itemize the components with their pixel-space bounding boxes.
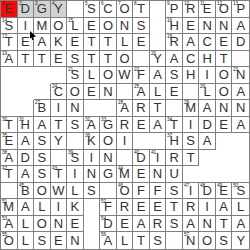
cell-letter: A — [232, 117, 249, 133]
grid-cell[interactable]: L — [84, 67, 101, 84]
grid-cell[interactable]: S — [34, 166, 51, 183]
grid-cell[interactable]: 45B — [18, 183, 35, 200]
grid-cell[interactable]: E — [166, 84, 183, 101]
cell-letter: N — [67, 100, 83, 116]
grid-cell[interactable]: 12O — [216, 1, 233, 18]
grid-cell[interactable]: L — [67, 183, 84, 200]
cell-letter: S — [1, 18, 17, 34]
grid-cell[interactable]: 44M — [117, 166, 134, 183]
black-cell — [199, 150, 216, 167]
black-cell — [133, 133, 150, 150]
grid-cell[interactable]: R — [166, 150, 183, 167]
cell-letter: E — [133, 199, 149, 215]
grid-cell[interactable]: T — [150, 100, 167, 117]
grid-cell[interactable]: T — [216, 216, 233, 233]
cell-letter: I — [117, 133, 133, 149]
grid-cell[interactable]: L — [117, 232, 134, 249]
cell-letter: E — [216, 34, 232, 50]
cell-letter: O — [117, 1, 133, 17]
grid-cell[interactable]: Y — [51, 133, 68, 150]
grid-cell[interactable]: 13P — [232, 1, 249, 18]
cell-letter: E — [133, 34, 149, 50]
grid-cell[interactable]: F — [133, 183, 150, 200]
grid-cell[interactable]: E — [216, 117, 233, 134]
selected-cell[interactable]: 1E — [1, 1, 18, 18]
grid-cell[interactable]: T — [51, 117, 68, 134]
grid-cell[interactable]: S — [67, 51, 84, 68]
grid-cell[interactable]: Y — [232, 232, 249, 249]
grid-cell[interactable]: 48D — [199, 183, 216, 200]
cell-letter: G — [34, 1, 50, 17]
grid-cell[interactable]: 36K — [84, 133, 101, 150]
grid-cell[interactable]: E — [51, 232, 68, 249]
grid-cell[interactable]: 6C — [100, 1, 117, 18]
crossword-grid: 1E2D3G4Y5S6C7O8T9P10R11E12O13P14SIMO15LE… — [0, 0, 250, 250]
grid-cell[interactable]: 14S — [1, 18, 18, 35]
grid-cell[interactable]: O — [34, 183, 51, 200]
cell-letter: O — [34, 183, 50, 199]
grid-cell[interactable]: A — [199, 133, 216, 150]
cell-letter: S — [166, 183, 182, 199]
grid-cell[interactable]: 57N — [183, 232, 200, 249]
grid-cell[interactable]: 29M — [183, 100, 200, 117]
grid-cell[interactable]: 23N — [232, 67, 249, 84]
cell-letter: E — [67, 34, 83, 50]
grid-cell[interactable]: L — [232, 199, 249, 216]
grid-cell[interactable]: 17T — [1, 34, 18, 51]
cell-letter: S — [216, 232, 232, 249]
cell-letter: G — [100, 166, 116, 182]
cell-letter: A — [183, 216, 199, 232]
grid-cell[interactable]: N — [100, 84, 117, 101]
cell-letter: T — [166, 199, 182, 215]
grid-cell[interactable]: 51M — [1, 199, 18, 216]
grid-cell[interactable]: A — [232, 216, 249, 233]
cell-letter: O — [1, 232, 17, 249]
cell-letter: S — [34, 166, 50, 182]
grid-cell[interactable]: G — [100, 166, 117, 183]
cell-letter: G — [100, 117, 116, 133]
cell-letter: I — [183, 117, 199, 133]
cell-letter: S — [183, 133, 199, 149]
grid-cell[interactable]: N — [117, 18, 134, 35]
grid-cell[interactable]: A — [183, 34, 200, 51]
grid-cell[interactable]: 25A — [133, 84, 150, 101]
cell-letter: S — [150, 232, 166, 249]
grid-cell[interactable]: A — [18, 133, 35, 150]
grid-cell[interactable]: 52F — [100, 199, 117, 216]
grid-cell[interactable]: T — [133, 232, 150, 249]
grid-cell[interactable]: E — [133, 34, 150, 51]
cell-letter: S — [84, 183, 100, 199]
cell-letter: O — [216, 67, 232, 83]
cell-letter: T — [100, 51, 116, 67]
black-cell — [183, 166, 200, 183]
cell-letter: B — [34, 100, 50, 116]
grid-cell[interactable]: S — [84, 183, 101, 200]
grid-cell[interactable]: T — [84, 34, 101, 51]
grid-cell[interactable]: R — [117, 199, 134, 216]
grid-cell[interactable]: N — [51, 216, 68, 233]
grid-cell[interactable]: W — [51, 183, 68, 200]
grid-cell[interactable]: 24C — [51, 84, 68, 101]
grid-cell[interactable]: N — [67, 232, 84, 249]
grid-cell[interactable]: E — [117, 216, 134, 233]
grid-cell[interactable]: T — [216, 51, 233, 68]
cell-letter: E — [84, 84, 100, 100]
cell-letter: A — [232, 84, 249, 100]
grid-cell[interactable]: O — [199, 232, 216, 249]
cell-letter: O — [34, 216, 50, 232]
grid-cell[interactable]: L — [34, 199, 51, 216]
grid-cell[interactable]: 54D — [100, 216, 117, 233]
grid-cell[interactable]: O — [51, 18, 68, 35]
grid-cell[interactable]: O — [34, 216, 51, 233]
cell-letter: N — [150, 166, 166, 182]
grid-cell[interactable]: F — [150, 183, 167, 200]
cell-letter: F — [133, 67, 149, 83]
grid-cell[interactable]: T — [34, 51, 51, 68]
cell-letter: A — [199, 100, 215, 116]
grid-cell[interactable]: A — [150, 67, 167, 84]
grid-cell[interactable]: I — [51, 100, 68, 117]
grid-cell[interactable]: A — [150, 117, 167, 134]
grid-cell[interactable]: A — [232, 84, 249, 101]
grid-cell[interactable]: S — [166, 183, 183, 200]
black-cell — [150, 34, 167, 51]
grid-cell[interactable]: S — [166, 216, 183, 233]
black-cell — [100, 183, 117, 200]
grid-cell[interactable]: N — [199, 216, 216, 233]
grid-cell[interactable]: 33G — [100, 117, 117, 134]
grid-cell[interactable]: R — [150, 216, 167, 233]
cell-letter: E — [133, 117, 149, 133]
grid-cell[interactable]: E — [51, 51, 68, 68]
cell-letter: A — [232, 216, 249, 232]
grid-cell[interactable]: 21S — [67, 67, 84, 84]
cell-letter: A — [133, 84, 149, 100]
grid-cell[interactable]: 53A — [1, 216, 18, 233]
cell-letter: T — [1, 166, 17, 182]
cell-letter: A — [18, 199, 34, 215]
grid-cell[interactable]: 26L — [199, 84, 216, 101]
cell-letter: Y — [51, 1, 67, 17]
cell-letter: N — [199, 18, 215, 34]
cell-letter: C — [183, 51, 199, 67]
cell-letter: D — [232, 34, 249, 50]
cell-letter: S — [34, 133, 50, 149]
grid-cell[interactable]: A — [34, 117, 51, 134]
grid-cell[interactable]: S — [34, 133, 51, 150]
grid-cell[interactable]: T — [166, 199, 183, 216]
grid-cell[interactable]: A — [183, 216, 200, 233]
grid-cell[interactable]: O — [117, 51, 134, 68]
black-cell — [84, 216, 101, 233]
grid-cell[interactable]: O — [216, 84, 233, 101]
black-cell — [18, 67, 35, 84]
grid-cell[interactable]: I — [67, 166, 84, 183]
black-cell — [150, 1, 167, 18]
grid-cell[interactable]: O — [100, 67, 117, 84]
cell-letter: H — [183, 67, 199, 83]
cell-letter: R — [117, 117, 133, 133]
cell-letter: L — [150, 84, 166, 100]
grid-cell[interactable]: A — [18, 199, 35, 216]
grid-cell[interactable]: 18R — [166, 34, 183, 51]
grid-cell[interactable]: N — [150, 166, 167, 183]
cell-letter: A — [216, 199, 232, 215]
grid-cell[interactable]: T — [100, 34, 117, 51]
grid-cell[interactable]: N — [100, 150, 117, 167]
grid-cell[interactable]: E — [84, 18, 101, 35]
grid-cell[interactable]: 30T — [1, 117, 18, 134]
cell-letter: S — [67, 67, 83, 83]
cell-letter: M — [34, 18, 50, 34]
grid-cell[interactable]: W — [117, 67, 134, 84]
cell-letter: L — [34, 199, 50, 215]
grid-cell[interactable]: 55O — [1, 232, 18, 249]
grid-cell[interactable]: L — [18, 216, 35, 233]
cell-letter: K — [67, 199, 83, 215]
grid-cell[interactable]: S — [216, 232, 233, 249]
cell-letter: S — [166, 67, 182, 83]
black-cell — [216, 133, 233, 150]
cell-letter: E — [1, 133, 17, 149]
grid-cell[interactable]: 28A — [117, 100, 134, 117]
black-cell — [34, 67, 51, 84]
grid-cell[interactable]: 35E — [1, 133, 18, 150]
grid-cell[interactable]: 7O — [117, 1, 134, 18]
grid-cell[interactable]: C — [199, 34, 216, 51]
grid-cell[interactable]: 11E — [199, 1, 216, 18]
grid-cell[interactable]: A — [18, 166, 35, 183]
black-cell — [133, 51, 150, 68]
grid-cell[interactable]: 4Y — [51, 1, 68, 18]
cell-letter: K — [84, 133, 100, 149]
grid-cell[interactable]: 34T — [166, 117, 183, 134]
grid-cell[interactable]: N — [67, 100, 84, 117]
grid-cell[interactable]: D — [232, 34, 249, 51]
grid-cell[interactable]: E — [133, 199, 150, 216]
cell-letter: S — [67, 117, 83, 133]
cell-letter: T — [84, 51, 100, 67]
grid-cell[interactable]: L — [18, 232, 35, 249]
grid-cell[interactable]: S — [133, 18, 150, 35]
black-cell — [166, 100, 183, 117]
grid-cell[interactable]: L — [117, 34, 134, 51]
black-cell — [67, 1, 84, 18]
grid-cell[interactable]: S — [34, 232, 51, 249]
grid-cell[interactable]: 16H — [166, 18, 183, 35]
cell-letter: R — [166, 34, 182, 50]
grid-cell[interactable]: 3G — [34, 1, 51, 18]
cell-letter: E — [51, 232, 67, 249]
cell-letter: R — [117, 199, 133, 215]
grid-cell[interactable]: I — [199, 199, 216, 216]
grid-cell[interactable]: 27B — [34, 100, 51, 117]
cell-letter: C — [199, 34, 215, 50]
cell-letter: O — [216, 84, 232, 100]
grid-cell[interactable]: 47I — [183, 183, 200, 200]
grid-cell[interactable]: I — [84, 150, 101, 167]
grid-cell[interactable]: 20Y — [150, 51, 167, 68]
grid-cell[interactable]: 9P — [166, 1, 183, 18]
grid-cell[interactable]: O — [100, 18, 117, 35]
grid-cell[interactable]: 10R — [183, 1, 200, 18]
grid-cell[interactable]: E — [183, 18, 200, 35]
grid-cell[interactable]: E — [67, 216, 84, 233]
grid-cell[interactable]: E — [18, 34, 35, 51]
grid-cell[interactable]: T — [18, 51, 35, 68]
black-cell — [1, 84, 18, 101]
black-cell — [51, 150, 68, 167]
grid-cell[interactable]: 56A — [100, 232, 117, 249]
cell-letter: I — [199, 67, 215, 83]
grid-cell[interactable]: O — [67, 84, 84, 101]
grid-cell[interactable]: 39S — [67, 150, 84, 167]
grid-cell[interactable]: N — [84, 166, 101, 183]
grid-cell[interactable]: H — [183, 67, 200, 84]
cell-letter: O — [67, 84, 83, 100]
cell-letter: T — [100, 34, 116, 50]
grid-cell[interactable]: E — [133, 117, 150, 134]
grid-cell[interactable]: A — [232, 117, 249, 134]
grid-cell[interactable]: A — [216, 199, 233, 216]
grid-cell[interactable]: 37H — [166, 133, 183, 150]
grid-cell[interactable]: O — [216, 67, 233, 84]
grid-cell[interactable]: E — [67, 34, 84, 51]
grid-cell[interactable]: K — [51, 34, 68, 51]
black-cell — [84, 199, 101, 216]
cell-letter: T — [51, 117, 67, 133]
grid-cell[interactable]: D — [199, 117, 216, 134]
grid-cell[interactable]: K — [67, 199, 84, 216]
grid-cell[interactable]: T — [183, 150, 200, 167]
grid-cell[interactable]: 31H — [18, 117, 35, 134]
black-cell — [216, 166, 233, 183]
grid-cell[interactable]: A — [166, 51, 183, 68]
grid-cell[interactable]: 40D — [133, 150, 150, 167]
grid-cell[interactable]: H — [199, 51, 216, 68]
grid-cell[interactable]: N — [216, 18, 233, 35]
grid-cell[interactable]: I — [183, 117, 200, 134]
cell-letter: O — [199, 232, 215, 249]
black-cell — [18, 100, 35, 117]
grid-cell[interactable]: 46O — [117, 183, 134, 200]
cell-letter: L — [232, 199, 249, 215]
grid-cell[interactable]: 2D — [18, 1, 35, 18]
grid-cell[interactable]: A — [34, 34, 51, 51]
grid-cell[interactable]: S — [183, 133, 200, 150]
grid-cell[interactable]: A — [199, 100, 216, 117]
grid-cell[interactable]: 32A — [84, 117, 101, 134]
grid-cell[interactable]: R — [133, 100, 150, 117]
grid-cell[interactable]: M — [34, 18, 51, 35]
grid-cell[interactable]: 19A — [1, 51, 18, 68]
grid-cell[interactable]: R — [183, 199, 200, 216]
grid-cell[interactable]: I — [199, 67, 216, 84]
grid-cell[interactable]: S — [150, 232, 167, 249]
grid-cell[interactable]: A — [133, 216, 150, 233]
grid-cell[interactable]: S — [34, 150, 51, 167]
cell-letter: L — [67, 183, 83, 199]
cell-letter: T — [216, 216, 232, 232]
grid-cell[interactable]: R — [117, 117, 134, 134]
grid-cell[interactable]: 5S — [84, 1, 101, 18]
cell-letter: A — [150, 117, 166, 133]
cell-letter: L — [199, 84, 215, 100]
grid-cell[interactable]: O — [100, 133, 117, 150]
grid-cell[interactable]: 38A — [1, 150, 18, 167]
cell-letter: O — [100, 133, 116, 149]
grid-cell[interactable]: D — [18, 150, 35, 167]
grid-cell[interactable]: 50S — [232, 183, 249, 200]
grid-cell[interactable]: S — [67, 117, 84, 134]
cell-letter: A — [1, 51, 17, 67]
cell-letter: N — [84, 166, 100, 182]
black-cell — [34, 84, 51, 101]
grid-cell[interactable]: I — [51, 199, 68, 216]
cell-letter: M — [117, 166, 133, 182]
grid-cell[interactable]: C — [183, 51, 200, 68]
grid-cell[interactable]: N — [232, 100, 249, 117]
cell-letter: R — [166, 150, 182, 166]
grid-cell[interactable]: 43T — [51, 166, 68, 183]
cell-letter: H — [199, 51, 215, 67]
grid-cell[interactable]: 22F — [133, 67, 150, 84]
cell-letter: T — [1, 117, 17, 133]
cell-letter: Y — [150, 51, 166, 67]
grid-cell[interactable]: U — [166, 166, 183, 183]
grid-cell[interactable]: T — [100, 51, 117, 68]
cell-letter: T — [133, 232, 149, 249]
cell-letter: L — [18, 232, 34, 249]
cell-letter: A — [166, 51, 182, 67]
cell-letter: A — [34, 117, 50, 133]
cell-letter: N — [199, 216, 215, 232]
cell-letter: A — [84, 117, 100, 133]
grid-cell[interactable]: 15L — [67, 18, 84, 35]
grid-cell[interactable]: N — [216, 100, 233, 117]
grid-cell[interactable]: I — [18, 18, 35, 35]
grid-cell[interactable]: E — [216, 34, 233, 51]
grid-cell[interactable]: 49E — [216, 183, 233, 200]
cell-letter: E — [199, 1, 215, 17]
cell-letter: K — [51, 34, 67, 50]
grid-cell[interactable]: A — [232, 18, 249, 35]
cell-letter: A — [232, 18, 249, 34]
grid-cell[interactable]: S — [166, 67, 183, 84]
black-cell — [84, 232, 101, 249]
grid-cell[interactable]: N — [199, 18, 216, 35]
cell-letter: R — [183, 1, 199, 17]
grid-cell[interactable]: 42T — [1, 166, 18, 183]
grid-cell[interactable]: I — [117, 133, 134, 150]
cell-letter: E — [51, 51, 67, 67]
grid-cell[interactable]: L — [150, 84, 167, 101]
grid-cell[interactable]: 8T — [133, 1, 150, 18]
grid-cell[interactable]: E — [150, 199, 167, 216]
cell-letter: A — [117, 100, 133, 116]
cell-letter: W — [51, 183, 67, 199]
grid-cell[interactable]: 41I — [150, 150, 167, 167]
cell-letter: E — [166, 84, 182, 100]
cell-letter: N — [100, 84, 116, 100]
grid-cell[interactable]: E — [84, 84, 101, 101]
grid-cell[interactable]: T — [84, 51, 101, 68]
grid-cell[interactable]: E — [133, 166, 150, 183]
cell-letter: U — [166, 166, 182, 182]
